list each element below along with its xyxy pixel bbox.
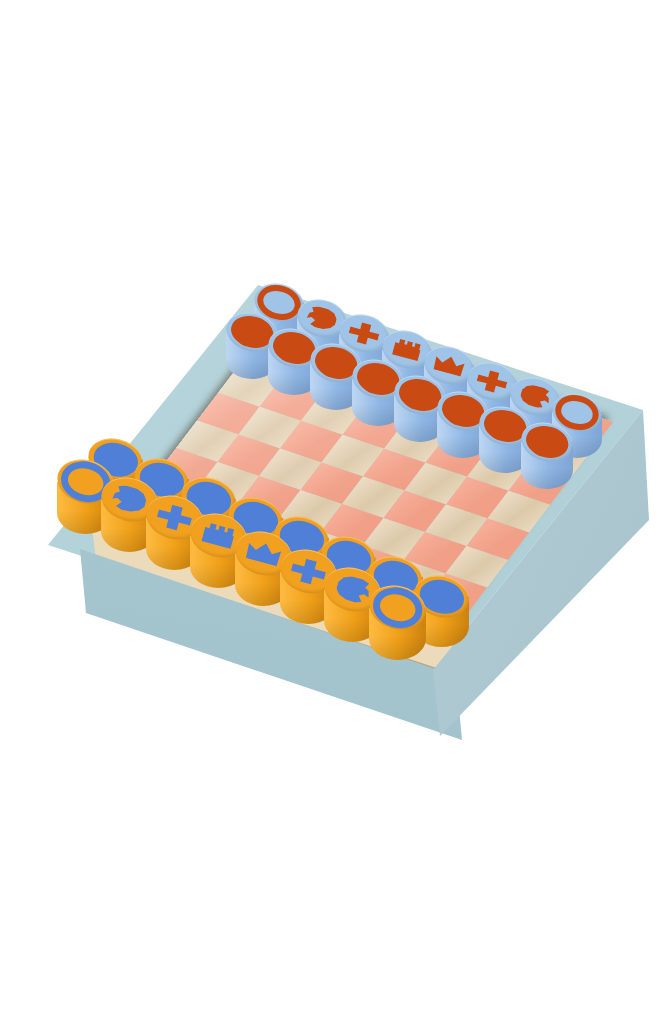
- product-photo-stage: [0, 0, 668, 1024]
- knight-symbol-icon: [109, 482, 150, 516]
- piece-blue-pawn: [521, 423, 573, 489]
- pieces-layer: [0, 0, 668, 1024]
- queen-symbol-icon: [197, 518, 240, 553]
- king-symbol-icon: [242, 537, 285, 571]
- knight-symbol-icon: [332, 572, 373, 606]
- piece-yellow-rook: [369, 586, 426, 660]
